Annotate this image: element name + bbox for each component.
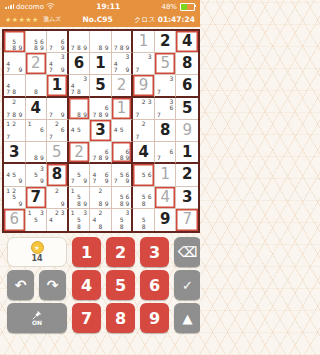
redo-icon: ↷ [47,277,59,293]
pencil-marks: 4679 [90,164,111,185]
solved-number: 9 [182,123,192,138]
cell-r6c8[interactable]: 67 [155,142,177,164]
solved-number: 1 [117,101,127,116]
cell-r1c8[interactable]: 2 [155,31,177,53]
pencil-marks: 89 [26,142,47,162]
cell-r9c1[interactable]: 6 [4,209,26,231]
hint-panel[interactable]: ★ 14 [7,237,67,267]
digit-7-button[interactable]: 7 [72,303,101,333]
pencil-marks: 459 [4,164,25,185]
pencil-marks: 58 [133,209,154,231]
given-number: 4 [182,34,192,49]
pencil-marks: 789 [69,31,90,52]
cell-r8c6[interactable]: 5689 [112,187,134,209]
digit-5-button[interactable]: 5 [106,270,135,300]
pencil-marks: 479 [4,53,25,74]
cell-r8c1[interactable]: 1259 [4,187,26,209]
given-number: 1 [95,56,105,71]
digit-6-button[interactable]: 6 [140,270,169,300]
cell-r3c4[interactable]: 3478 [69,75,91,97]
cell-r3c5[interactable]: 5 [90,75,112,97]
cell-r6c7[interactable]: 4 [133,142,155,164]
cell-r9c5[interactable]: 248 [90,209,112,231]
cell-r2c6[interactable]: 3479 [112,53,134,75]
cell-r3c2[interactable]: 8 [26,75,48,97]
redo-button[interactable]: ↷ [39,270,66,300]
collapse-keypad-button[interactable]: ▲ [174,303,200,333]
given-number: 2 [182,167,192,182]
pencil-marks: 1358 [69,209,90,231]
given-number: 4 [138,145,148,160]
cell-r9c8[interactable]: 9 [155,209,177,231]
cell-r7c9[interactable]: 2 [176,164,198,186]
digit-8-button[interactable]: 8 [106,303,135,333]
solved-number: 6 [10,212,20,227]
pencil-marks: 16 [26,120,47,141]
given-number: 6 [182,78,192,93]
cell-r6c3[interactable]: 5 [47,142,69,164]
cell-r8c5[interactable]: 289 [90,187,112,209]
timer: 01:47:24 [158,15,195,24]
pencil-marks: 8 [26,75,47,95]
cell-r7c3[interactable]: 8 [47,164,69,186]
given-number: 3 [182,190,192,205]
cell-r8c4[interactable]: 1589 [69,187,91,209]
digit-3-button[interactable]: 3 [140,237,169,267]
solved-number: 1 [160,167,170,182]
pencil-marks: 56 [133,164,154,185]
given-number: 2 [160,34,170,49]
digit-4-button[interactable]: 4 [72,270,101,300]
cell-r5c6[interactable]: 45 [112,120,134,142]
given-number: 1 [182,145,192,160]
cell-r2c7[interactable]: 37 [133,53,155,75]
cell-r7c2[interactable]: 359 [26,164,48,186]
cell-r4c2[interactable]: 4 [26,98,48,120]
solved-number: 5 [160,56,170,71]
pencil-marks: 89 [69,98,90,119]
pencil-marks: 6789 [90,98,111,119]
given-number: 4 [31,101,41,116]
cell-r8c8[interactable]: 4 [155,187,177,209]
puzzle-number: No.C95 [83,15,113,24]
cell-r5c1[interactable]: 127 [4,120,26,142]
cell-r5c5[interactable]: 3 [90,120,112,142]
cell-r1c3[interactable]: 679 [47,31,69,53]
hint-count: 14 [31,255,42,263]
digit-1-button[interactable]: 1 [72,237,101,267]
pencil-marks: 1259 [4,187,25,208]
cell-r5c7[interactable]: 27 [133,120,155,142]
cell-r7c5[interactable]: 4679 [90,164,112,186]
undo-redo-group: ↶ ↷ [7,270,67,300]
pencil-marks: 5679 [112,164,132,185]
hint-coin-icon: ★ [31,241,44,254]
pencil-marks: 267 [47,120,67,141]
undo-button[interactable]: ↶ [7,270,34,300]
cell-r7c1[interactable]: 459 [4,164,26,186]
cell-r1c2[interactable]: 5689 [26,31,48,53]
cell-r5c8[interactable]: 8 [155,120,177,142]
pencil-marks: 27 [133,120,154,141]
cell-r3c9[interactable]: 6 [176,75,198,97]
pencil-marks: 3479 [112,53,132,74]
cell-r9c6[interactable]: 358 [112,209,134,231]
cell-r5c2[interactable]: 16 [26,120,48,142]
mode-label: クロス [134,15,156,25]
given-number: 8 [182,56,192,71]
solved-number: 7 [182,212,192,227]
cell-r2c1[interactable]: 479 [4,53,26,75]
cell-r2c4[interactable]: 6 [69,53,91,75]
pencil-marks: 3479 [47,53,67,74]
cell-r1c9[interactable]: 4 [176,31,198,53]
cell-r7c7[interactable]: 56 [133,164,155,186]
cell-r4c4[interactable]: 89 [69,98,91,120]
cell-r2c3[interactable]: 3479 [47,53,69,75]
cell-r4c6[interactable]: 1 [112,98,134,120]
pencil-marks: 358 [112,209,132,231]
up-triangle-icon: ▲ [183,311,193,326]
cell-r1c1[interactable]: 589 [4,31,26,53]
cell-r4c8[interactable]: 367 [155,98,177,120]
pencil-marks: 6789 [90,142,111,162]
pencil-marks: 5689 [26,31,47,52]
pencil-marks: 135 [26,209,47,231]
pencil-marks: 367 [155,98,176,119]
cell-r8c7[interactable]: 568 [133,187,155,209]
cell-r6c1[interactable]: 3 [4,142,26,164]
cell-r5c3[interactable]: 267 [47,120,69,142]
pencil-marks: 79 [47,98,67,119]
given-number: 6 [74,56,84,71]
cell-r8c3[interactable]: 29 [47,187,69,209]
given-number: 3 [9,145,19,160]
pencil-marks: 689 [112,142,132,162]
cell-r4c3[interactable]: 79 [47,98,69,120]
cell-r3c8[interactable]: 37 [155,75,177,97]
pencil-marks: 3478 [69,75,90,95]
cell-r9c3[interactable]: 234 [47,209,69,231]
cell-r8c9[interactable]: 3 [176,187,198,209]
cell-r9c2[interactable]: 135 [26,209,48,231]
cell-r9c4[interactable]: 1358 [69,209,91,231]
cell-r2c9[interactable]: 8 [176,53,198,75]
sudoku-board: 5895689679789897891244792347961347937584… [2,29,200,233]
pencil-marks: 67 [155,142,176,162]
given-number: 7 [31,190,41,205]
cell-r2c5[interactable]: 1 [90,53,112,75]
pencil-marks: 127 [4,120,25,141]
pencil-marks: 568 [133,187,154,208]
battery-icon [180,3,195,11]
digit-2-button[interactable]: 2 [106,237,135,267]
cell-r3c3[interactable]: 1 [47,75,69,97]
pencil-marks: 248 [90,209,111,231]
cell-r6c2[interactable]: 89 [26,142,48,164]
pencil-marks: 589 [4,31,25,52]
given-number: 5 [95,78,105,93]
pin-on-label: ON [32,320,42,326]
cell-r1c6[interactable]: 789 [112,31,134,53]
solved-number: 2 [117,78,127,93]
cell-r4c5[interactable]: 6789 [90,98,112,120]
pencil-marks: 89 [90,31,111,52]
cell-r2c8[interactable]: 5 [155,53,177,75]
pencil-marks: 45 [112,120,132,141]
cell-r4c1[interactable]: 2789 [4,98,26,120]
wifi-icon [46,3,55,10]
cell-r3c7[interactable]: 9 [133,75,155,97]
check-icon: ✓ [182,278,193,293]
cell-r5c4[interactable]: 45 [69,120,91,142]
cell-r1c7[interactable]: 1 [133,31,155,53]
pencil-marks: 579 [69,164,90,185]
cell-r4c9[interactable]: 5 [176,98,198,120]
digit-9-button[interactable]: 9 [140,303,169,333]
given-number: 8 [160,123,170,138]
difficulty-label: 激ムズ [43,15,61,24]
pencil-marks: 29 [47,187,67,208]
pencil-marks: 234 [47,209,67,231]
cell-r6c9[interactable]: 1 [176,142,198,164]
pencil-marks: 237 [133,98,154,119]
cell-r6c5[interactable]: 6789 [90,142,112,164]
cell-r5c9[interactable]: 9 [176,120,198,142]
cell-r8c2[interactable]: 7 [26,187,48,209]
given-number: 3 [95,123,105,138]
cell-r6c4[interactable]: 2 [69,142,91,164]
pin-mode-toggle[interactable]: ON [7,303,67,333]
signal-icon [5,4,14,9]
pencil-marks: 478 [4,75,25,95]
pencil-marks: 1589 [69,187,90,208]
solved-number: 1 [139,34,149,49]
undo-icon: ↶ [15,277,27,293]
keypad: ★ 14 1 2 3 ⌫ ↶ ↷ 4 5 6 ✓ ON 7 8 9 ▲ [7,237,193,333]
carrier-label: docomo [16,3,44,11]
pencil-marks: 37 [133,53,154,74]
cell-r1c5[interactable]: 89 [90,31,112,53]
cell-r6c6[interactable]: 689 [112,142,134,164]
pencil-marks: 679 [47,31,67,52]
pencil-marks: 289 [90,187,111,208]
pencil-marks: 359 [26,164,47,185]
backspace-button[interactable]: ⌫ [174,237,200,267]
cell-r7c8[interactable]: 1 [155,164,177,186]
cell-r9c7[interactable]: 58 [133,209,155,231]
pencil-marks: 789 [112,31,132,52]
confirm-button[interactable]: ✓ [174,270,200,300]
cell-r9c9[interactable]: 7 [176,209,198,231]
pencil-marks: 5689 [112,187,132,208]
cell-r1c4[interactable]: 789 [69,31,91,53]
cell-r3c1[interactable]: 478 [4,75,26,97]
given-number: 8 [52,167,62,182]
solved-number: 4 [160,190,170,205]
solved-number: 2 [74,145,84,160]
backspace-icon: ⌫ [178,244,198,260]
cell-r7c4[interactable]: 579 [69,164,91,186]
pencil-marks: 37 [155,75,176,95]
pencil-marks: 45 [69,120,90,141]
clock: 19:11 [96,2,120,11]
given-number: 9 [160,212,170,227]
solved-number: 9 [139,78,149,93]
solved-number: 5 [52,145,62,160]
cell-r2c2[interactable]: 2 [26,53,48,75]
cell-r7c6[interactable]: 5679 [112,164,134,186]
cell-r4c7[interactable]: 237 [133,98,155,120]
battery-percent: 48% [161,3,177,11]
pencil-marks: 2789 [4,98,25,119]
difficulty-stars: ★★★★★ [5,16,39,24]
given-number: 5 [182,101,192,116]
cell-r3c6[interactable]: 2 [112,75,134,97]
given-number: 1 [52,78,62,93]
solved-number: 2 [31,56,41,71]
status-bar: docomo 19:11 48% ★★★★★ 激ムズ No.C95 クロス 01… [0,0,200,27]
